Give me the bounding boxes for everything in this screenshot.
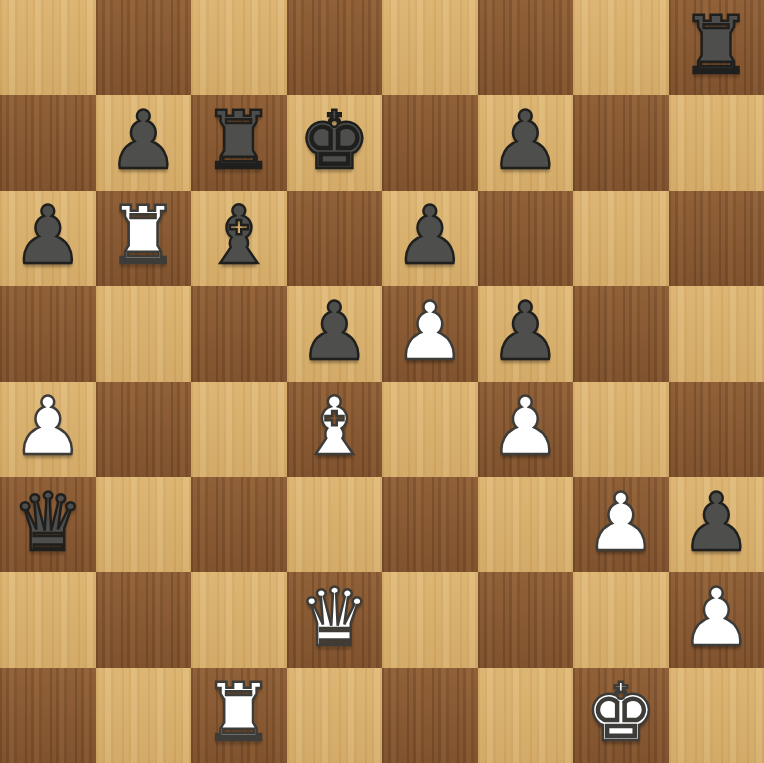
black-king[interactable]: ♚ [298, 101, 370, 181]
white-rook[interactable]: ♜ [107, 196, 179, 276]
square-c5[interactable] [191, 286, 287, 381]
square-a1[interactable] [0, 668, 96, 763]
black-pawn[interactable]: ♟ [489, 292, 561, 372]
square-a5[interactable] [0, 286, 96, 381]
square-f8[interactable] [478, 0, 574, 95]
black-bishop[interactable]: ♝ [203, 196, 275, 276]
square-f4[interactable]: ♟ [478, 382, 574, 477]
square-h4[interactable] [669, 382, 764, 477]
square-b3[interactable] [96, 477, 192, 572]
square-b5[interactable] [96, 286, 192, 381]
square-a3[interactable]: ♛ [0, 477, 96, 572]
square-c3[interactable] [191, 477, 287, 572]
black-pawn[interactable]: ♟ [489, 101, 561, 181]
square-g5[interactable] [573, 286, 669, 381]
square-f1[interactable] [478, 668, 574, 763]
square-d7[interactable]: ♚ [287, 95, 383, 190]
square-h7[interactable] [669, 95, 764, 190]
square-f2[interactable] [478, 572, 574, 667]
white-king[interactable]: ♚ [585, 673, 657, 753]
square-c1[interactable]: ♜ [191, 668, 287, 763]
square-c4[interactable] [191, 382, 287, 477]
square-a6[interactable]: ♟ [0, 191, 96, 286]
square-b7[interactable]: ♟ [96, 95, 192, 190]
black-queen[interactable]: ♛ [12, 483, 84, 563]
square-e2[interactable] [382, 572, 478, 667]
square-g4[interactable] [573, 382, 669, 477]
square-h3[interactable]: ♟ [669, 477, 764, 572]
white-rook[interactable]: ♜ [203, 673, 275, 753]
square-e3[interactable] [382, 477, 478, 572]
square-f7[interactable]: ♟ [478, 95, 574, 190]
square-d5[interactable]: ♟ [287, 286, 383, 381]
square-c2[interactable] [191, 572, 287, 667]
square-h1[interactable] [669, 668, 764, 763]
black-pawn[interactable]: ♟ [12, 196, 84, 276]
white-pawn[interactable]: ♟ [12, 387, 84, 467]
square-b8[interactable] [96, 0, 192, 95]
square-c8[interactable] [191, 0, 287, 95]
square-e5[interactable]: ♟ [382, 286, 478, 381]
black-pawn[interactable]: ♟ [298, 292, 370, 372]
chess-board: ♜♟♜♚♟♟♜♝♟♟♟♟♟♝♟♛♟♟♛♟♜♚ [0, 0, 764, 763]
black-rook[interactable]: ♜ [203, 101, 275, 181]
square-a8[interactable] [0, 0, 96, 95]
square-b2[interactable] [96, 572, 192, 667]
square-c7[interactable]: ♜ [191, 95, 287, 190]
square-e1[interactable] [382, 668, 478, 763]
black-pawn[interactable]: ♟ [680, 483, 752, 563]
square-g1[interactable]: ♚ [573, 668, 669, 763]
black-pawn[interactable]: ♟ [107, 101, 179, 181]
white-pawn[interactable]: ♟ [394, 292, 466, 372]
black-rook[interactable]: ♜ [680, 6, 752, 86]
square-h6[interactable] [669, 191, 764, 286]
square-d3[interactable] [287, 477, 383, 572]
square-g8[interactable] [573, 0, 669, 95]
white-bishop[interactable]: ♝ [298, 387, 370, 467]
square-h2[interactable]: ♟ [669, 572, 764, 667]
square-c6[interactable]: ♝ [191, 191, 287, 286]
square-e4[interactable] [382, 382, 478, 477]
square-a4[interactable]: ♟ [0, 382, 96, 477]
square-f6[interactable] [478, 191, 574, 286]
square-f5[interactable]: ♟ [478, 286, 574, 381]
square-e6[interactable]: ♟ [382, 191, 478, 286]
square-d1[interactable] [287, 668, 383, 763]
white-pawn[interactable]: ♟ [585, 483, 657, 563]
square-a7[interactable] [0, 95, 96, 190]
white-pawn[interactable]: ♟ [680, 578, 752, 658]
square-h8[interactable]: ♜ [669, 0, 764, 95]
square-g2[interactable] [573, 572, 669, 667]
square-b1[interactable] [96, 668, 192, 763]
black-pawn[interactable]: ♟ [394, 196, 466, 276]
square-d2[interactable]: ♛ [287, 572, 383, 667]
square-b6[interactable]: ♜ [96, 191, 192, 286]
square-d8[interactable] [287, 0, 383, 95]
square-b4[interactable] [96, 382, 192, 477]
square-e8[interactable] [382, 0, 478, 95]
square-e7[interactable] [382, 95, 478, 190]
square-a2[interactable] [0, 572, 96, 667]
white-queen[interactable]: ♛ [298, 578, 370, 658]
square-f3[interactable] [478, 477, 574, 572]
square-d6[interactable] [287, 191, 383, 286]
white-pawn[interactable]: ♟ [489, 387, 561, 467]
square-g3[interactable]: ♟ [573, 477, 669, 572]
square-h5[interactable] [669, 286, 764, 381]
square-d4[interactable]: ♝ [287, 382, 383, 477]
square-g6[interactable] [573, 191, 669, 286]
square-g7[interactable] [573, 95, 669, 190]
